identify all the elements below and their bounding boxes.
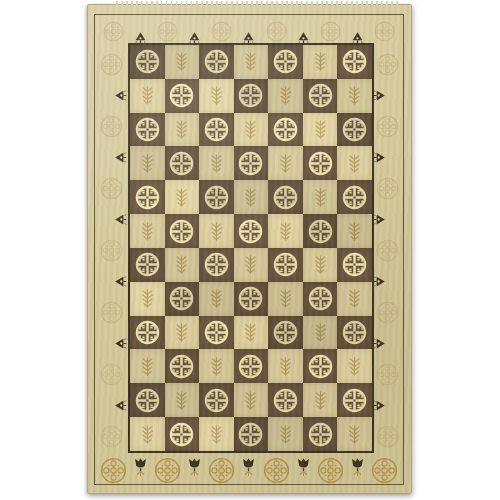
plant-sprig-icon (207, 286, 226, 311)
plant-sprig-icon (345, 219, 364, 244)
border-tulip-icon (186, 455, 203, 478)
border-arrow-icon (113, 399, 128, 412)
border-bottom (97, 454, 401, 487)
board-square[interactable] (130, 79, 165, 113)
plant-sprig-icon (345, 286, 364, 311)
border-medallion-icon (207, 456, 236, 485)
longevity-medallion-icon (237, 421, 264, 448)
border-arrow-icon (372, 151, 387, 164)
longevity-medallion-icon (341, 251, 368, 278)
board-square[interactable] (234, 383, 269, 417)
border-medallion-icon (375, 114, 400, 139)
board-square[interactable] (268, 417, 303, 451)
border-top (97, 17, 401, 46)
board-square[interactable] (268, 79, 303, 113)
border-arrow-icon (113, 213, 128, 226)
plant-sprig-icon (345, 354, 364, 379)
border-medallion-icon (265, 20, 288, 43)
board-square[interactable] (268, 383, 303, 417)
plant-sprig-icon (276, 151, 295, 176)
plant-sprig-icon (172, 49, 191, 74)
longevity-medallion-icon (168, 353, 195, 380)
board-square[interactable] (130, 248, 165, 282)
board-square[interactable] (165, 79, 200, 113)
board-square[interactable] (303, 383, 338, 417)
longevity-medallion-icon (237, 150, 264, 177)
board-square[interactable] (337, 146, 372, 180)
longevity-medallion-icon (134, 319, 161, 346)
longevity-medallion-icon (341, 387, 368, 414)
plant-sprig-icon (241, 117, 260, 142)
board-square[interactable] (303, 146, 338, 180)
plant-sprig-icon (207, 219, 226, 244)
plant-sprig-icon (138, 354, 157, 379)
longevity-medallion-icon (134, 48, 161, 75)
board-square[interactable] (268, 146, 303, 180)
border-arrow-icon (113, 151, 128, 164)
longevity-medallion-icon (168, 285, 195, 312)
plant-sprig-icon (207, 151, 226, 176)
border-medallion-icon (99, 424, 124, 449)
board-square[interactable] (199, 180, 234, 214)
plant-sprig-icon (276, 83, 295, 108)
plant-sprig-icon (311, 252, 330, 277)
board-square[interactable] (199, 45, 234, 79)
board-square[interactable] (165, 248, 200, 282)
longevity-medallion-icon (272, 251, 299, 278)
border-medallion-icon (102, 20, 125, 43)
plant-sprig-icon (172, 388, 191, 413)
plant-sprig-icon (241, 49, 260, 74)
plant-sprig-icon (172, 252, 191, 277)
board-square[interactable] (130, 146, 165, 180)
border-arrow-icon (113, 89, 128, 102)
board-square[interactable] (234, 349, 269, 383)
board-square[interactable] (268, 45, 303, 79)
board-square[interactable] (199, 214, 234, 248)
longevity-medallion-icon (134, 116, 161, 143)
border-medallion-icon (99, 456, 128, 485)
board-square[interactable] (165, 316, 200, 350)
board-square[interactable] (199, 383, 234, 417)
border-arrow-icon (372, 337, 387, 350)
board-square[interactable] (199, 79, 234, 113)
longevity-medallion-icon (237, 218, 264, 245)
board-field (128, 43, 374, 453)
longevity-medallion-icon (203, 387, 230, 414)
board-square[interactable] (130, 316, 165, 350)
border-medallion-icon (99, 300, 124, 325)
border-medallion-icon (316, 456, 345, 485)
board-square[interactable] (165, 45, 200, 79)
longevity-medallion-icon (307, 285, 334, 312)
board-square[interactable] (130, 45, 165, 79)
border-medallion-icon (210, 20, 233, 43)
board-square[interactable] (199, 282, 234, 316)
plant-sprig-icon (311, 388, 330, 413)
board-square[interactable] (165, 180, 200, 214)
plant-sprig-icon (311, 185, 330, 210)
plant-sprig-icon (172, 320, 191, 345)
border-medallion-icon (156, 20, 179, 43)
longevity-medallion-icon (203, 251, 230, 278)
plant-sprig-icon (138, 422, 157, 447)
plant-sprig-icon (172, 117, 191, 142)
board-square[interactable] (199, 146, 234, 180)
board-square[interactable] (130, 349, 165, 383)
board-square[interactable] (165, 282, 200, 316)
longevity-medallion-icon (341, 116, 368, 143)
board-square[interactable] (303, 79, 338, 113)
board-square[interactable] (130, 113, 165, 147)
border-medallion-icon (370, 456, 399, 485)
border-medallion-icon (99, 176, 124, 201)
longevity-medallion-icon (134, 251, 161, 278)
board-square[interactable] (303, 349, 338, 383)
longevity-medallion-icon (203, 184, 230, 211)
longevity-medallion-icon (272, 387, 299, 414)
board-square[interactable] (337, 282, 372, 316)
border-tulip-icon (132, 455, 149, 478)
border-arrow-icon (372, 275, 387, 288)
board-square[interactable] (268, 316, 303, 350)
longevity-medallion-icon (134, 184, 161, 211)
board-square[interactable] (303, 45, 338, 79)
plant-sprig-icon (276, 219, 295, 244)
longevity-medallion-icon (237, 353, 264, 380)
board-square[interactable] (165, 113, 200, 147)
border-medallion-icon (262, 456, 291, 485)
board-square[interactable] (268, 180, 303, 214)
board-square[interactable] (199, 248, 234, 282)
plant-sprig-icon (241, 252, 260, 277)
board-square[interactable] (337, 383, 372, 417)
border-arrow-icon (372, 399, 387, 412)
border-medallion-icon (375, 300, 400, 325)
border-medallion-icon (375, 176, 400, 201)
plant-sprig-icon (241, 388, 260, 413)
plant-sprig-icon (138, 151, 157, 176)
border-arrow-icon (113, 275, 128, 288)
board-square[interactable] (130, 417, 165, 451)
board-square[interactable] (268, 113, 303, 147)
border-arrow-icon (372, 213, 387, 226)
board-square[interactable] (234, 214, 269, 248)
board-square[interactable] (268, 282, 303, 316)
board-square[interactable] (268, 349, 303, 383)
board-square[interactable] (337, 79, 372, 113)
board-square[interactable] (234, 248, 269, 282)
plant-sprig-icon (345, 83, 364, 108)
border-medallion-icon (375, 424, 400, 449)
longevity-medallion-icon (134, 387, 161, 414)
board-square[interactable] (337, 214, 372, 248)
border-medallion-icon (99, 114, 124, 139)
longevity-medallion-icon (341, 184, 368, 211)
board-square[interactable] (234, 113, 269, 147)
longevity-medallion-icon (203, 48, 230, 75)
board-square[interactable] (337, 349, 372, 383)
board-square[interactable] (234, 316, 269, 350)
plant-sprig-icon (311, 320, 330, 345)
board-square[interactable] (337, 316, 372, 350)
border-medallion-icon (99, 238, 124, 263)
longevity-medallion-icon (307, 82, 334, 109)
longevity-medallion-icon (341, 48, 368, 75)
photo-background (0, 0, 500, 500)
board-square[interactable] (130, 180, 165, 214)
board-square[interactable] (130, 383, 165, 417)
border-tulip-icon (295, 455, 312, 478)
longevity-medallion-icon (168, 150, 195, 177)
longevity-medallion-icon (272, 48, 299, 75)
board-square[interactable] (303, 180, 338, 214)
board-square[interactable] (165, 417, 200, 451)
board-square[interactable] (337, 417, 372, 451)
border-medallion-icon (99, 362, 124, 387)
plant-sprig-icon (311, 117, 330, 142)
board-square[interactable] (337, 113, 372, 147)
plant-sprig-icon (207, 354, 226, 379)
longevity-medallion-icon (168, 421, 195, 448)
border-medallion-icon (99, 52, 124, 77)
longevity-medallion-icon (203, 116, 230, 143)
board-square[interactable] (199, 113, 234, 147)
border-medallion-icon (375, 238, 400, 263)
board-square[interactable] (337, 248, 372, 282)
plant-sprig-icon (138, 219, 157, 244)
board-square[interactable] (268, 214, 303, 248)
board-square[interactable] (165, 349, 200, 383)
plant-sprig-icon (276, 286, 295, 311)
board-square[interactable] (234, 146, 269, 180)
board-square[interactable] (199, 417, 234, 451)
board-square[interactable] (234, 282, 269, 316)
border-right (372, 46, 403, 454)
board-square[interactable] (199, 316, 234, 350)
board-square[interactable] (165, 214, 200, 248)
longevity-medallion-icon (168, 218, 195, 245)
board-square[interactable] (234, 79, 269, 113)
border-tulip-icon (240, 455, 257, 478)
longevity-medallion-icon (203, 319, 230, 346)
board-square[interactable] (337, 45, 372, 79)
plant-sprig-icon (276, 422, 295, 447)
border-medallion-icon (319, 20, 342, 43)
border-medallion-icon (153, 456, 182, 485)
board-square[interactable] (165, 146, 200, 180)
longevity-medallion-icon (272, 319, 299, 346)
board-square[interactable] (337, 180, 372, 214)
board-square[interactable] (234, 180, 269, 214)
board-square[interactable] (130, 214, 165, 248)
board-square[interactable] (303, 316, 338, 350)
border-medallion-icon (373, 20, 396, 43)
plant-sprig-icon (138, 83, 157, 108)
board-square[interactable] (303, 113, 338, 147)
board-square[interactable] (303, 214, 338, 248)
plant-sprig-icon (138, 286, 157, 311)
border-medallion-icon (375, 362, 400, 387)
plant-sprig-icon (172, 185, 191, 210)
border-tulip-icon (349, 455, 366, 478)
board-square[interactable] (199, 349, 234, 383)
plant-sprig-icon (311, 49, 330, 74)
board-square[interactable] (234, 417, 269, 451)
board-square[interactable] (165, 383, 200, 417)
plant-sprig-icon (345, 422, 364, 447)
board-square[interactable] (268, 248, 303, 282)
rug (87, 4, 412, 494)
border-medallion-icon (375, 52, 400, 77)
longevity-medallion-icon (237, 285, 264, 312)
longevity-medallion-icon (168, 82, 195, 109)
longevity-medallion-icon (307, 150, 334, 177)
border-left (95, 46, 128, 454)
fringe (116, 1, 401, 6)
plant-sprig-icon (207, 422, 226, 447)
longevity-medallion-icon (272, 184, 299, 211)
border-arrow-icon (113, 337, 128, 350)
longevity-medallion-icon (307, 353, 334, 380)
board-square[interactable] (303, 282, 338, 316)
longevity-medallion-icon (341, 319, 368, 346)
board-square[interactable] (303, 417, 338, 451)
border-arrow-icon (372, 89, 387, 102)
board-square[interactable] (234, 45, 269, 79)
longevity-medallion-icon (237, 82, 264, 109)
plant-sprig-icon (241, 320, 260, 345)
plant-sprig-icon (345, 151, 364, 176)
plant-sprig-icon (207, 83, 226, 108)
board-square[interactable] (130, 282, 165, 316)
board-square[interactable] (303, 248, 338, 282)
longevity-medallion-icon (272, 116, 299, 143)
longevity-medallion-icon (307, 218, 334, 245)
plant-sprig-icon (241, 185, 260, 210)
longevity-medallion-icon (307, 421, 334, 448)
plant-sprig-icon (276, 354, 295, 379)
